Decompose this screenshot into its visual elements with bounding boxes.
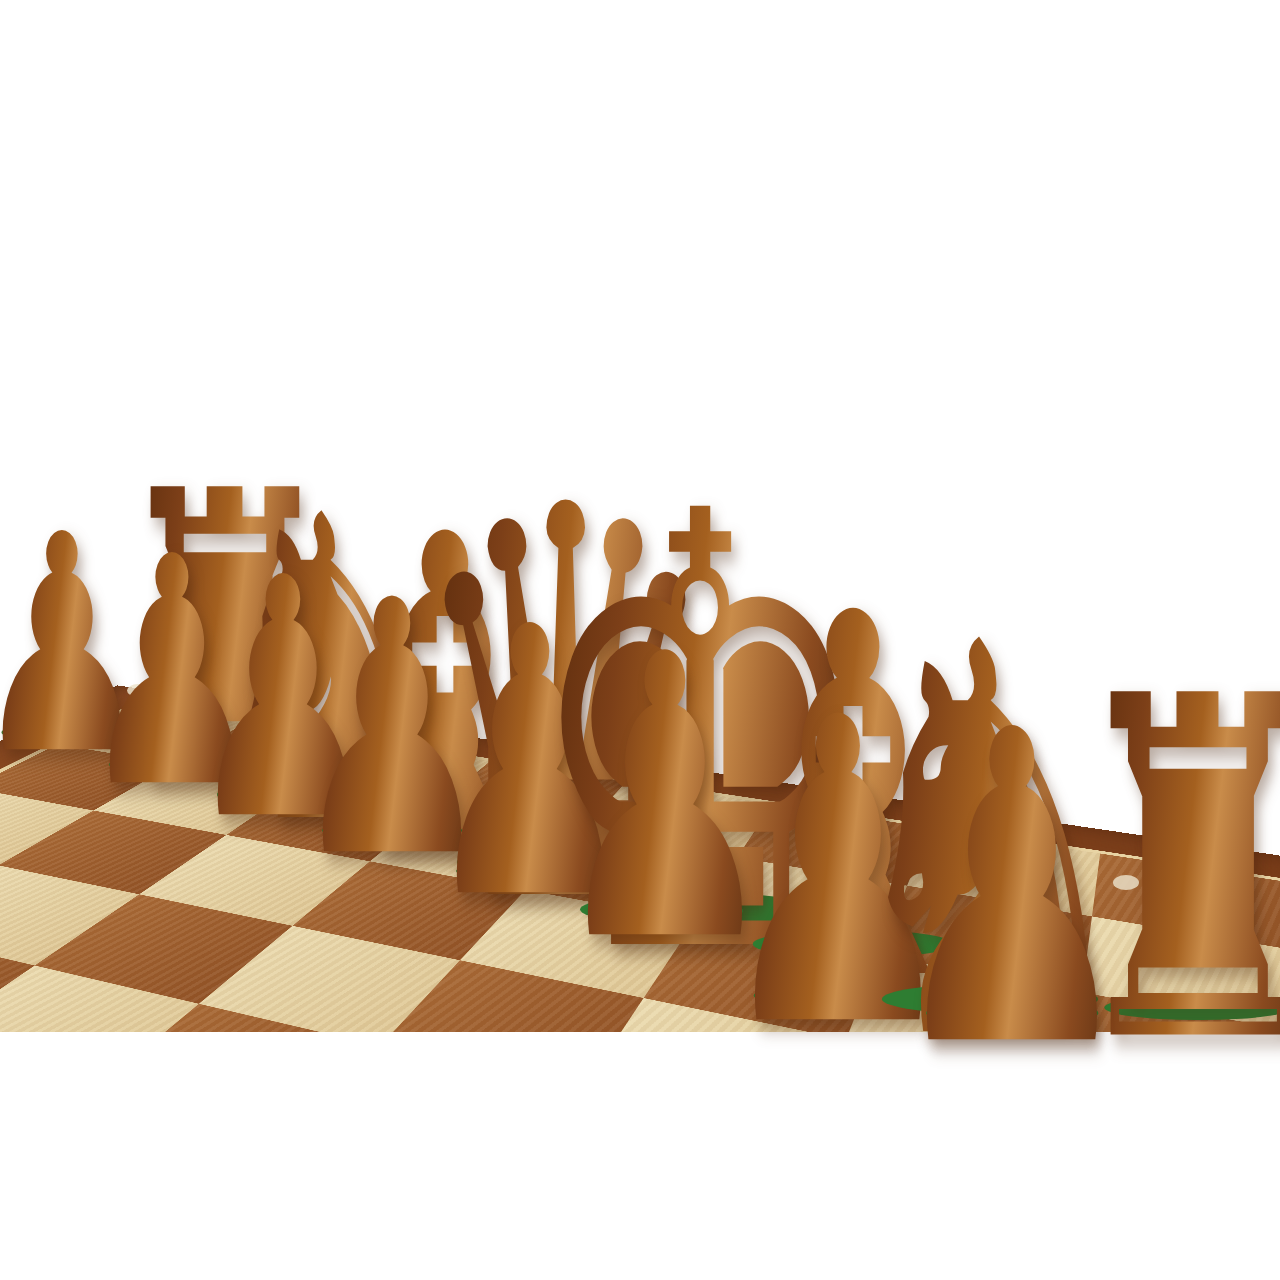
piece-dark-wood-pawn-h7[interactable]: ♟: [819, 675, 1205, 1105]
pawn-glyph: ♟: [885, 675, 1139, 1105]
product-photo-scene: ♜♞♝♛♚♝♞♜♟♟♟♟♟♟♟♟: [0, 0, 1280, 1280]
